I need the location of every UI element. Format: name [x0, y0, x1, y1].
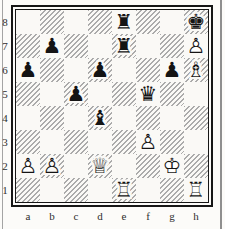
white-bishop-h6: ♝♗	[184, 58, 208, 82]
piece-glyph: ♗	[187, 60, 206, 81]
piece-glyph: ♟	[19, 60, 38, 81]
rank-label-1: 1	[0, 178, 10, 202]
rank-label-4: 4	[0, 106, 10, 130]
black-pawn-g6: ♟	[160, 58, 184, 82]
square-b8	[40, 10, 64, 34]
square-c6	[64, 58, 88, 82]
square-h3	[184, 130, 208, 154]
square-f1	[136, 178, 160, 202]
square-g8	[160, 10, 184, 34]
square-h4	[184, 106, 208, 130]
square-e7: ♜	[112, 34, 136, 58]
rank-labels: 87654321	[0, 10, 10, 202]
square-f8	[136, 10, 160, 34]
square-d6: ♟	[88, 58, 112, 82]
square-g5	[160, 82, 184, 106]
square-e2	[112, 154, 136, 178]
square-b6	[40, 58, 64, 82]
rank-label-2: 2	[0, 154, 10, 178]
square-c8	[64, 10, 88, 34]
square-c3	[64, 130, 88, 154]
square-a7	[16, 34, 40, 58]
piece-glyph: ♙	[43, 156, 62, 177]
square-d3	[88, 130, 112, 154]
piece-glyph: ♟	[67, 84, 86, 105]
square-a6: ♟	[16, 58, 40, 82]
rank-label-7: 7	[0, 34, 10, 58]
piece-glyph: ♜	[115, 36, 134, 57]
square-e8: ♜	[112, 10, 136, 34]
square-e4	[112, 106, 136, 130]
square-b7: ♟	[40, 34, 64, 58]
piece-glyph: ♟	[91, 60, 110, 81]
file-label-d: d	[88, 208, 112, 224]
square-g6: ♟	[160, 58, 184, 82]
square-e6	[112, 58, 136, 82]
square-f3: ♟♙	[136, 130, 160, 154]
rank-label-8: 8	[0, 10, 10, 34]
square-h8: ♚	[184, 10, 208, 34]
white-king-g2: ♚♔	[160, 154, 184, 178]
file-label-b: b	[40, 208, 64, 224]
square-a4	[16, 106, 40, 130]
square-d1	[88, 178, 112, 202]
piece-glyph: ♜	[115, 12, 134, 33]
square-f7	[136, 34, 160, 58]
piece-glyph: ♙	[139, 132, 158, 153]
black-rook-e8: ♜	[112, 10, 136, 34]
file-label-e: e	[112, 208, 136, 224]
piece-glyph: ♕	[91, 156, 110, 177]
black-rook-e7: ♜	[112, 34, 136, 58]
black-bishop-d4: ♝	[88, 106, 112, 130]
white-rook-h1: ♜♖	[184, 178, 208, 202]
square-g1	[160, 178, 184, 202]
square-d8	[88, 10, 112, 34]
square-f5: ♛	[136, 82, 160, 106]
rank-label-3: 3	[0, 130, 10, 154]
square-b3	[40, 130, 64, 154]
black-pawn-c5: ♟	[64, 82, 88, 106]
square-d4: ♝	[88, 106, 112, 130]
file-label-f: f	[136, 208, 160, 224]
square-c1	[64, 178, 88, 202]
rank-label-5: 5	[0, 82, 10, 106]
board-frame: ♜♚♟♜♟♙♟♟♟♝♗♟♛♝♟♙♟♙♟♙♛♕♚♔♜♖♜♖	[11, 5, 213, 207]
square-e3	[112, 130, 136, 154]
piece-glyph: ♟	[163, 60, 182, 81]
black-pawn-d6: ♟	[88, 58, 112, 82]
square-a1	[16, 178, 40, 202]
square-h1: ♜♖	[184, 178, 208, 202]
square-g4	[160, 106, 184, 130]
square-h5	[184, 82, 208, 106]
scanned-chess-diagram-page: 87654321 ♜♚♟♜♟♙♟♟♟♝♗♟♛♝♟♙♟♙♟♙♛♕♚♔♜♖♜♖ ab…	[0, 0, 225, 229]
square-h6: ♝♗	[184, 58, 208, 82]
white-rook-e1: ♜♖	[112, 178, 136, 202]
file-label-c: c	[64, 208, 88, 224]
file-label-g: g	[160, 208, 184, 224]
black-king-h8: ♚	[184, 10, 208, 34]
file-label-h: h	[184, 208, 208, 224]
square-h2	[184, 154, 208, 178]
square-f2	[136, 154, 160, 178]
file-label-a: a	[16, 208, 40, 224]
chess-board: ♜♚♟♜♟♙♟♟♟♝♗♟♛♝♟♙♟♙♟♙♛♕♚♔♜♖♜♖	[15, 9, 209, 203]
square-e1: ♜♖	[112, 178, 136, 202]
rank-label-6: 6	[0, 58, 10, 82]
white-pawn-a2: ♟♙	[16, 154, 40, 178]
piece-glyph: ♙	[19, 156, 38, 177]
square-d7	[88, 34, 112, 58]
square-b4	[40, 106, 64, 130]
square-d2: ♛♕	[88, 154, 112, 178]
piece-glyph: ♔	[163, 156, 182, 177]
piece-glyph: ♝	[91, 108, 110, 129]
square-f6	[136, 58, 160, 82]
square-g7	[160, 34, 184, 58]
square-g2: ♚♔	[160, 154, 184, 178]
page-edge-line-right	[220, 0, 222, 229]
square-b5	[40, 82, 64, 106]
piece-glyph: ♖	[187, 180, 206, 201]
white-pawn-f3: ♟♙	[136, 130, 160, 154]
piece-glyph: ♙	[187, 36, 206, 57]
square-h7: ♟♙	[184, 34, 208, 58]
square-c5: ♟	[64, 82, 88, 106]
piece-glyph: ♚	[187, 12, 206, 33]
white-pawn-b2: ♟♙	[40, 154, 64, 178]
square-d5	[88, 82, 112, 106]
square-e5	[112, 82, 136, 106]
black-pawn-b7: ♟	[40, 34, 64, 58]
piece-glyph: ♖	[115, 180, 134, 201]
square-a2: ♟♙	[16, 154, 40, 178]
square-a5	[16, 82, 40, 106]
square-a3	[16, 130, 40, 154]
black-queen-f5: ♛	[136, 82, 160, 106]
square-a8	[16, 10, 40, 34]
square-c2	[64, 154, 88, 178]
piece-glyph: ♟	[43, 36, 62, 57]
square-c7	[64, 34, 88, 58]
square-b1	[40, 178, 64, 202]
square-b2: ♟♙	[40, 154, 64, 178]
square-f4	[136, 106, 160, 130]
white-pawn-h7: ♟♙	[184, 34, 208, 58]
square-g3	[160, 130, 184, 154]
piece-glyph: ♛	[139, 84, 158, 105]
file-labels: abcdefgh	[16, 208, 208, 224]
white-queen-d2: ♛♕	[88, 154, 112, 178]
square-c4	[64, 106, 88, 130]
black-pawn-a6: ♟	[16, 58, 40, 82]
